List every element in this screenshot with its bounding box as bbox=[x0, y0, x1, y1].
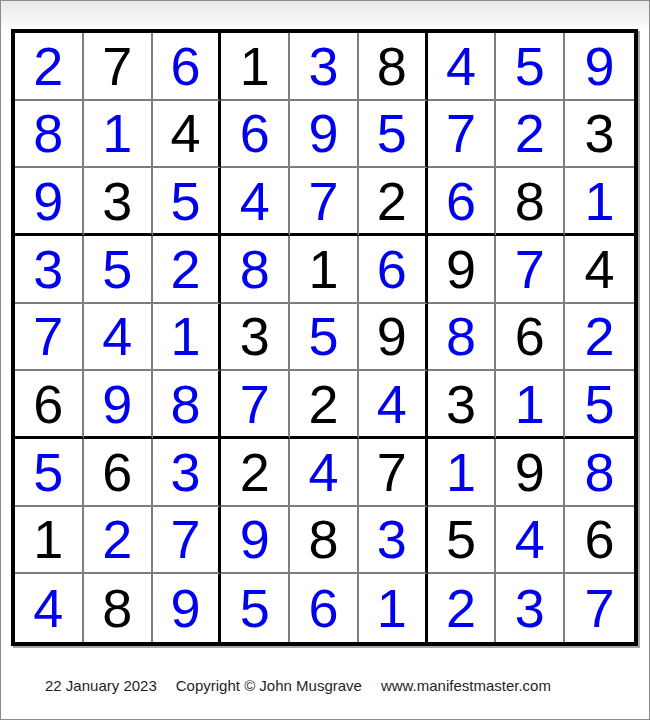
cell-r7c6: 7 bbox=[359, 439, 428, 507]
cell-r8c4: 9 bbox=[221, 507, 290, 575]
cell-r4c6: 6 bbox=[359, 236, 428, 304]
cell-r8c9: 6 bbox=[565, 507, 634, 575]
cell-r3c1: 9 bbox=[15, 168, 84, 236]
cell-r3c3: 5 bbox=[153, 168, 222, 236]
cell-r5c5: 5 bbox=[290, 304, 359, 372]
cell-r5c3: 1 bbox=[153, 304, 222, 372]
cell-r4c9: 4 bbox=[565, 236, 634, 304]
window-top-bar bbox=[1, 1, 649, 27]
cell-r5c9: 2 bbox=[565, 304, 634, 372]
cell-r9c5: 6 bbox=[290, 574, 359, 642]
cell-r4c1: 3 bbox=[15, 236, 84, 304]
cell-r5c1: 7 bbox=[15, 304, 84, 372]
cell-r8c8: 4 bbox=[496, 507, 565, 575]
cell-r5c7: 8 bbox=[428, 304, 497, 372]
cell-r3c6: 2 bbox=[359, 168, 428, 236]
cell-r3c2: 3 bbox=[84, 168, 153, 236]
cell-r1c1: 2 bbox=[15, 33, 84, 101]
cell-r9c9: 7 bbox=[565, 574, 634, 642]
cell-r7c7: 1 bbox=[428, 439, 497, 507]
cell-r7c3: 3 bbox=[153, 439, 222, 507]
cell-r4c3: 2 bbox=[153, 236, 222, 304]
cell-r7c4: 2 bbox=[221, 439, 290, 507]
cell-r1c4: 1 bbox=[221, 33, 290, 101]
cell-r1c5: 3 bbox=[290, 33, 359, 101]
cell-r6c1: 6 bbox=[15, 371, 84, 439]
cell-r9c7: 2 bbox=[428, 574, 497, 642]
footer-date: 22 January 2023 bbox=[45, 677, 157, 694]
cell-r2c8: 2 bbox=[496, 101, 565, 169]
cell-r9c6: 1 bbox=[359, 574, 428, 642]
page: 2761384598146957239354726813528169747413… bbox=[0, 0, 650, 720]
cell-r9c8: 3 bbox=[496, 574, 565, 642]
cell-r4c2: 5 bbox=[84, 236, 153, 304]
cell-r2c4: 6 bbox=[221, 101, 290, 169]
cell-r6c7: 3 bbox=[428, 371, 497, 439]
cell-r6c8: 1 bbox=[496, 371, 565, 439]
cell-r2c1: 8 bbox=[15, 101, 84, 169]
cell-r5c2: 4 bbox=[84, 304, 153, 372]
cell-r2c3: 4 bbox=[153, 101, 222, 169]
footer-copyright: Copyright © John Musgrave bbox=[176, 677, 362, 694]
cell-r8c6: 3 bbox=[359, 507, 428, 575]
cell-r6c3: 8 bbox=[153, 371, 222, 439]
cell-r2c2: 1 bbox=[84, 101, 153, 169]
footer: 22 January 2023 Copyright © John Musgrav… bbox=[45, 677, 551, 694]
cell-r2c9: 3 bbox=[565, 101, 634, 169]
cell-r2c7: 7 bbox=[428, 101, 497, 169]
cell-r8c7: 5 bbox=[428, 507, 497, 575]
cell-r2c6: 5 bbox=[359, 101, 428, 169]
cell-r9c1: 4 bbox=[15, 574, 84, 642]
cell-r4c7: 9 bbox=[428, 236, 497, 304]
cell-r3c4: 4 bbox=[221, 168, 290, 236]
cell-r1c2: 7 bbox=[84, 33, 153, 101]
cell-r1c7: 4 bbox=[428, 33, 497, 101]
cell-r1c3: 6 bbox=[153, 33, 222, 101]
cell-r7c2: 6 bbox=[84, 439, 153, 507]
cell-r1c8: 5 bbox=[496, 33, 565, 101]
cell-r6c5: 2 bbox=[290, 371, 359, 439]
cell-r4c5: 1 bbox=[290, 236, 359, 304]
cell-r9c2: 8 bbox=[84, 574, 153, 642]
cell-r4c4: 8 bbox=[221, 236, 290, 304]
cell-r4c8: 7 bbox=[496, 236, 565, 304]
cell-r5c4: 3 bbox=[221, 304, 290, 372]
cell-r7c8: 9 bbox=[496, 439, 565, 507]
cell-r6c4: 7 bbox=[221, 371, 290, 439]
cell-r3c7: 6 bbox=[428, 168, 497, 236]
cell-r2c5: 9 bbox=[290, 101, 359, 169]
cell-r8c2: 2 bbox=[84, 507, 153, 575]
cell-r9c4: 5 bbox=[221, 574, 290, 642]
footer-website: www.manifestmaster.com bbox=[381, 677, 551, 694]
cell-r1c6: 8 bbox=[359, 33, 428, 101]
cell-r8c5: 8 bbox=[290, 507, 359, 575]
cell-r7c5: 4 bbox=[290, 439, 359, 507]
cell-r1c9: 9 bbox=[565, 33, 634, 101]
cell-r8c3: 7 bbox=[153, 507, 222, 575]
cell-r5c6: 9 bbox=[359, 304, 428, 372]
sudoku-board: 2761384598146957239354726813528169747413… bbox=[11, 29, 638, 646]
cell-r3c9: 1 bbox=[565, 168, 634, 236]
cell-r9c3: 9 bbox=[153, 574, 222, 642]
cell-r7c1: 5 bbox=[15, 439, 84, 507]
cell-r6c6: 4 bbox=[359, 371, 428, 439]
cell-r6c9: 5 bbox=[565, 371, 634, 439]
cell-r7c9: 8 bbox=[565, 439, 634, 507]
cell-r3c5: 7 bbox=[290, 168, 359, 236]
cell-r5c8: 6 bbox=[496, 304, 565, 372]
cell-r8c1: 1 bbox=[15, 507, 84, 575]
cell-r6c2: 9 bbox=[84, 371, 153, 439]
cell-r3c8: 8 bbox=[496, 168, 565, 236]
